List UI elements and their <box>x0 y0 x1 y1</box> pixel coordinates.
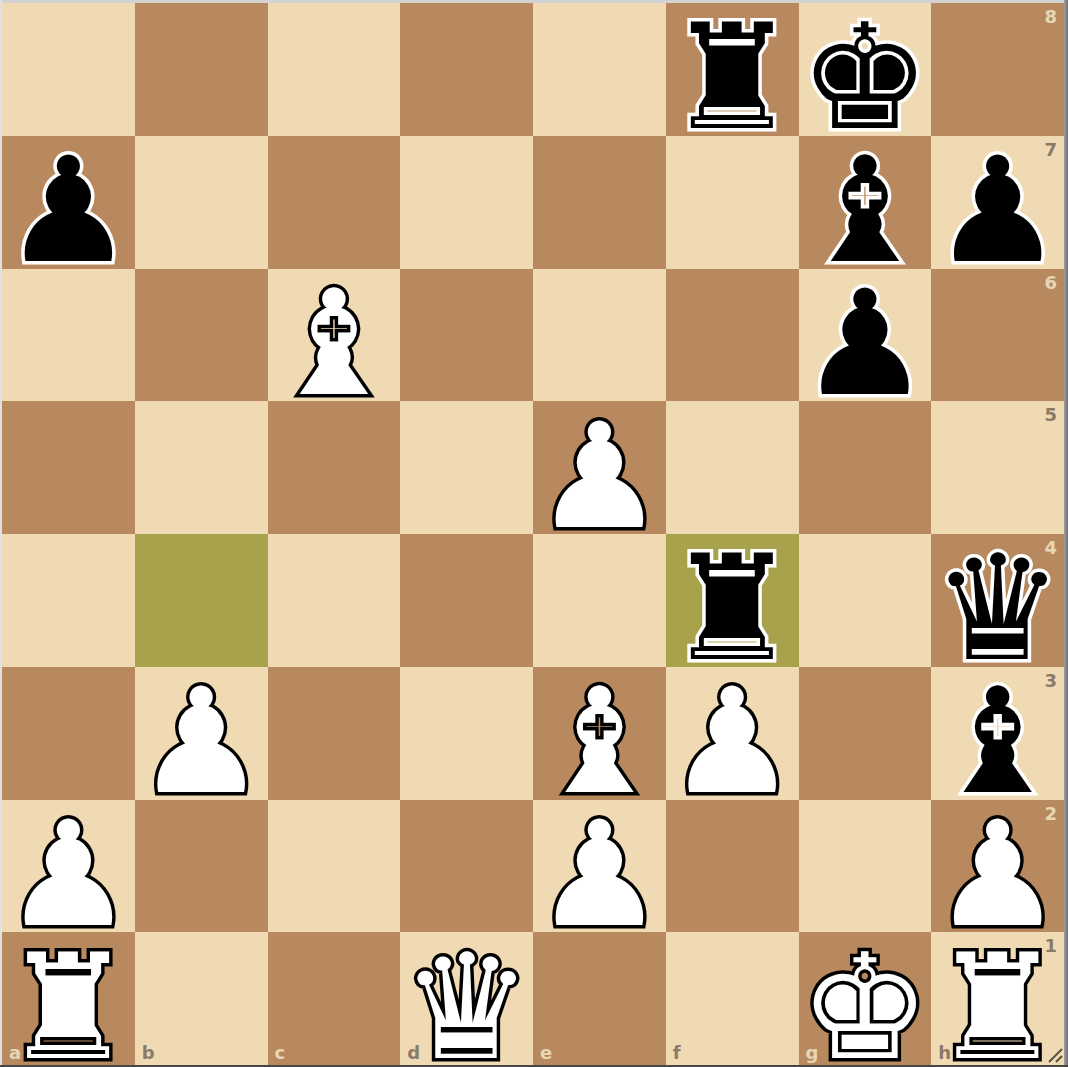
square-c7[interactable] <box>268 136 401 269</box>
file-label-f: f <box>673 1042 681 1063</box>
square-h4[interactable]: 4♛♛ <box>931 534 1064 667</box>
square-g6[interactable]: ♟♟ <box>799 269 932 402</box>
rank-label-5: 5 <box>1044 404 1057 425</box>
square-e3[interactable]: ♝ <box>533 667 666 800</box>
square-d4[interactable] <box>400 534 533 667</box>
piece-white-bishop[interactable]: ♝ <box>268 270 399 416</box>
square-c6[interactable]: ♝ <box>268 269 401 402</box>
square-a1[interactable]: a♜ <box>2 932 135 1065</box>
square-b5[interactable] <box>135 401 268 534</box>
piece-white-pawn[interactable]: ♟ <box>534 403 665 549</box>
piece-black-rook[interactable]: ♜ <box>667 4 798 150</box>
square-d6[interactable] <box>400 269 533 402</box>
file-label-g: g <box>806 1042 819 1063</box>
board-border-right <box>1064 0 1068 1067</box>
piece-white-pawn[interactable]: ♟ <box>534 801 665 947</box>
square-a7[interactable]: ♟♟ <box>2 136 135 269</box>
square-f4[interactable]: ♜♜ <box>666 534 799 667</box>
square-a8[interactable] <box>2 3 135 136</box>
square-g2[interactable] <box>799 800 932 933</box>
rank-label-6: 6 <box>1044 272 1057 293</box>
square-b1[interactable]: b <box>135 932 268 1065</box>
square-d3[interactable] <box>400 667 533 800</box>
piece-white-pawn[interactable]: ♟ <box>667 668 798 814</box>
piece-black-pawn[interactable]: ♟ <box>799 270 930 416</box>
square-b3[interactable]: ♟ <box>135 667 268 800</box>
square-h3[interactable]: 3♝♝ <box>931 667 1064 800</box>
chess-board-window: ♜♜♚♚8♟♟♝♝7♟♟♝♟♟6♟5♜♜4♛♛♟♝♟3♝♝♟♟2♟a♜bcd♛e… <box>0 0 1068 1067</box>
square-e6[interactable] <box>533 269 666 402</box>
square-c8[interactable] <box>268 3 401 136</box>
square-a4[interactable] <box>2 534 135 667</box>
square-g3[interactable] <box>799 667 932 800</box>
square-g1[interactable]: g♚ <box>799 932 932 1065</box>
square-a5[interactable] <box>2 401 135 534</box>
square-d1[interactable]: d♛ <box>400 932 533 1065</box>
file-label-e: e <box>540 1042 552 1063</box>
rank-label-1: 1 <box>1044 935 1057 956</box>
board-border-left <box>0 0 2 1067</box>
square-c1[interactable]: c <box>268 932 401 1065</box>
square-g8[interactable]: ♚♚ <box>799 3 932 136</box>
piece-white-king[interactable]: ♚ <box>799 934 930 1067</box>
square-b7[interactable] <box>135 136 268 269</box>
square-h8[interactable]: 8 <box>931 3 1064 136</box>
square-f3[interactable]: ♟ <box>666 667 799 800</box>
square-b8[interactable] <box>135 3 268 136</box>
piece-black-pawn[interactable]: ♟ <box>3 137 134 283</box>
square-f1[interactable]: f <box>666 932 799 1065</box>
square-e7[interactable] <box>533 136 666 269</box>
file-label-a: a <box>9 1042 21 1063</box>
square-d7[interactable] <box>400 136 533 269</box>
square-g7[interactable]: ♝♝ <box>799 136 932 269</box>
piece-white-rook[interactable]: ♜ <box>3 934 134 1067</box>
square-c2[interactable] <box>268 800 401 933</box>
square-e8[interactable] <box>533 3 666 136</box>
square-a2[interactable]: ♟ <box>2 800 135 933</box>
file-label-b: b <box>142 1042 155 1063</box>
file-label-h: h <box>938 1042 951 1063</box>
resize-grip-icon[interactable] <box>1045 1045 1063 1063</box>
square-c3[interactable] <box>268 667 401 800</box>
square-f8[interactable]: ♜♜ <box>666 3 799 136</box>
rank-label-3: 3 <box>1044 670 1057 691</box>
square-h7[interactable]: 7♟♟ <box>931 136 1064 269</box>
square-f6[interactable] <box>666 269 799 402</box>
square-d2[interactable] <box>400 800 533 933</box>
square-b4[interactable] <box>135 534 268 667</box>
file-label-d: d <box>407 1042 420 1063</box>
rank-label-2: 2 <box>1044 803 1057 824</box>
rank-label-8: 8 <box>1044 6 1057 27</box>
square-g4[interactable] <box>799 534 932 667</box>
square-h5[interactable]: 5 <box>931 401 1064 534</box>
board-border-top <box>0 0 1068 3</box>
piece-black-pawn[interactable]: ♟ <box>932 137 1063 283</box>
square-e2[interactable]: ♟ <box>533 800 666 933</box>
square-d5[interactable] <box>400 401 533 534</box>
square-c4[interactable] <box>268 534 401 667</box>
square-a3[interactable] <box>2 667 135 800</box>
rank-label-7: 7 <box>1044 139 1057 160</box>
square-b6[interactable] <box>135 269 268 402</box>
file-label-c: c <box>275 1042 286 1063</box>
piece-white-pawn[interactable]: ♟ <box>136 668 267 814</box>
square-d8[interactable] <box>400 3 533 136</box>
square-e5[interactable]: ♟ <box>533 401 666 534</box>
square-h2[interactable]: 2♟ <box>931 800 1064 933</box>
chess-board: ♜♜♚♚8♟♟♝♝7♟♟♝♟♟6♟5♜♜4♛♛♟♝♟3♝♝♟♟2♟a♜bcd♛e… <box>2 3 1064 1065</box>
rank-label-4: 4 <box>1044 537 1057 558</box>
square-f5[interactable] <box>666 401 799 534</box>
piece-white-rook[interactable]: ♜ <box>932 934 1063 1067</box>
piece-white-queen[interactable]: ♛ <box>401 934 532 1067</box>
